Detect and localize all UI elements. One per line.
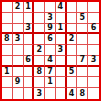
cell-r8c9[interactable] bbox=[88, 77, 99, 88]
cell-r9c9[interactable] bbox=[88, 88, 99, 99]
cell-r4c2[interactable]: 3 bbox=[13, 34, 24, 45]
cell-r9c3[interactable] bbox=[24, 88, 35, 99]
cell-r6c3[interactable]: 6 bbox=[24, 56, 35, 67]
cell-r9c7[interactable]: 4 bbox=[67, 88, 78, 99]
cell-r7c8[interactable] bbox=[77, 67, 88, 78]
cell-r2c4[interactable] bbox=[34, 13, 45, 24]
cell-r7c2[interactable] bbox=[13, 67, 24, 78]
cell-r3c9[interactable]: 6 bbox=[88, 24, 99, 35]
cell-r3c4[interactable] bbox=[34, 24, 45, 35]
cell-r3c7[interactable] bbox=[67, 24, 78, 35]
cell-r5c5[interactable] bbox=[45, 45, 56, 56]
cell-r7c7[interactable]: 5 bbox=[67, 67, 78, 78]
cell-r2c9[interactable] bbox=[88, 13, 99, 24]
cell-r9c1[interactable] bbox=[2, 88, 13, 99]
cell-r1c8[interactable] bbox=[77, 2, 88, 13]
cell-r7c5[interactable]: 7 bbox=[45, 67, 56, 78]
cell-r6c2[interactable] bbox=[13, 56, 24, 67]
cell-r4c8[interactable] bbox=[77, 34, 88, 45]
cell-r6c4[interactable] bbox=[34, 56, 45, 67]
cell-r8c3[interactable] bbox=[24, 77, 35, 88]
cell-r1c2[interactable]: 2 bbox=[13, 2, 24, 13]
cell-r4c7[interactable]: 2 bbox=[67, 34, 78, 45]
cell-r8c4[interactable] bbox=[34, 77, 45, 88]
cell-r1c9[interactable] bbox=[88, 2, 99, 13]
cell-r1c5[interactable] bbox=[45, 2, 56, 13]
cell-r8c2[interactable]: 9 bbox=[13, 77, 24, 88]
cell-r9c2[interactable] bbox=[13, 88, 24, 99]
cell-r9c4[interactable]: 3 bbox=[34, 88, 45, 99]
cell-r8c7[interactable] bbox=[67, 77, 78, 88]
cell-r7c4[interactable]: 8 bbox=[34, 67, 45, 78]
cell-r5c3[interactable] bbox=[24, 45, 35, 56]
cell-r6c9[interactable]: 3 bbox=[88, 56, 99, 67]
cell-r2c7[interactable] bbox=[67, 13, 78, 24]
cell-r4c6[interactable] bbox=[56, 34, 67, 45]
cell-r7c1[interactable]: 1 bbox=[2, 67, 13, 78]
cell-r1c4[interactable] bbox=[34, 2, 45, 13]
cell-r4c4[interactable] bbox=[34, 34, 45, 45]
cell-r7c9[interactable] bbox=[88, 67, 99, 78]
cell-r3c6[interactable]: 1 bbox=[56, 24, 67, 35]
cell-r2c8[interactable]: 5 bbox=[77, 13, 88, 24]
cell-r5c8[interactable] bbox=[77, 45, 88, 56]
cell-r8c6[interactable] bbox=[56, 77, 67, 88]
cell-r4c3[interactable] bbox=[24, 34, 35, 45]
cell-r5c7[interactable] bbox=[67, 45, 78, 56]
cell-r9c6[interactable] bbox=[56, 88, 67, 99]
cell-r2c1[interactable] bbox=[2, 13, 13, 24]
cell-r1c7[interactable] bbox=[67, 2, 78, 13]
cell-r8c5[interactable]: 1 bbox=[45, 77, 56, 88]
cell-r2c5[interactable]: 3 bbox=[45, 13, 56, 24]
cell-r3c1[interactable] bbox=[2, 24, 13, 35]
cell-r5c4[interactable]: 2 bbox=[34, 45, 45, 56]
cell-r4c9[interactable] bbox=[88, 34, 99, 45]
cell-r3c5[interactable]: 9 bbox=[45, 24, 56, 35]
cell-r8c8[interactable] bbox=[77, 77, 88, 88]
cell-r5c6[interactable]: 3 bbox=[56, 45, 67, 56]
cell-r6c1[interactable] bbox=[2, 56, 13, 67]
cell-r3c8[interactable] bbox=[77, 24, 88, 35]
cell-r1c6[interactable]: 4 bbox=[56, 2, 67, 13]
cell-r4c5[interactable]: 6 bbox=[45, 34, 56, 45]
cell-r6c5[interactable]: 4 bbox=[45, 56, 56, 67]
cell-r6c6[interactable] bbox=[56, 56, 67, 67]
cell-r1c3[interactable]: 1 bbox=[24, 2, 35, 13]
cell-r3c2[interactable] bbox=[13, 24, 24, 35]
cell-r1c1[interactable] bbox=[2, 2, 13, 13]
cell-r7c6[interactable] bbox=[56, 67, 67, 78]
cell-r7c3[interactable] bbox=[24, 67, 35, 78]
cell-r9c8[interactable]: 8 bbox=[77, 88, 88, 99]
cell-r4c1[interactable]: 8 bbox=[2, 34, 13, 45]
cell-r2c3[interactable] bbox=[24, 13, 35, 24]
cell-r2c6[interactable] bbox=[56, 13, 67, 24]
cell-r5c1[interactable] bbox=[2, 45, 13, 56]
cell-r6c8[interactable]: 7 bbox=[77, 56, 88, 67]
cell-r5c2[interactable] bbox=[13, 45, 24, 56]
cell-r8c1[interactable] bbox=[2, 77, 13, 88]
cell-r3c3[interactable]: 3 bbox=[24, 24, 35, 35]
cell-r9c5[interactable] bbox=[45, 88, 56, 99]
sudoku-board: 2143539168362236473187591348 bbox=[0, 0, 101, 101]
cell-r2c2[interactable] bbox=[13, 13, 24, 24]
cell-r5c9[interactable] bbox=[88, 45, 99, 56]
cell-r6c7[interactable] bbox=[67, 56, 78, 67]
